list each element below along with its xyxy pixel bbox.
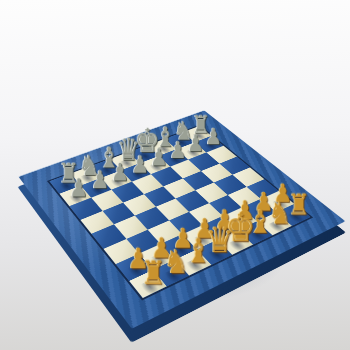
black-pawn[interactable]: ♟: [89, 167, 110, 192]
black-pawn[interactable]: ♟: [130, 152, 150, 176]
black-pawn[interactable]: ♟: [168, 138, 188, 161]
black-pawn[interactable]: ♟: [110, 160, 130, 184]
black-pawn[interactable]: ♟: [149, 145, 169, 169]
black-pawn[interactable]: ♟: [68, 175, 89, 200]
square-b6[interactable]: [91, 190, 123, 211]
black-pawn[interactable]: ♟: [204, 125, 223, 148]
square-c4[interactable]: [135, 207, 169, 230]
black-pawn[interactable]: ♟: [186, 132, 205, 155]
chess-set-photo: ♜♞♝♛♚♝♞♜♟♟♟♟♟♟♟♟♟♟♟♟♟♟♟♟♜♞♝♛♚♝♞♜: [0, 0, 350, 350]
white-rook[interactable]: ♜: [139, 257, 167, 290]
